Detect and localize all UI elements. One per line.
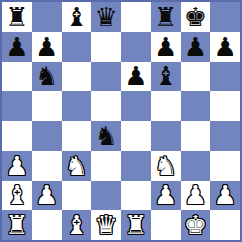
piece-white-pawn[interactable]: ♟	[35, 182, 58, 208]
square-f4[interactable]	[151, 121, 181, 151]
piece-white-knight[interactable]: ♞	[154, 153, 177, 179]
square-e3[interactable]	[121, 151, 151, 181]
square-d5[interactable]	[91, 91, 121, 121]
square-d7[interactable]	[91, 32, 121, 62]
piece-white-pawn[interactable]: ♟	[5, 153, 28, 179]
square-b6[interactable]: ♞	[32, 62, 62, 92]
square-a7[interactable]: ♟	[2, 32, 32, 62]
piece-white-king[interactable]: ♚	[184, 212, 207, 238]
square-h2[interactable]: ♟	[210, 181, 240, 211]
piece-black-knight[interactable]: ♞	[35, 63, 58, 89]
square-e7[interactable]	[121, 32, 151, 62]
square-h3[interactable]	[210, 151, 240, 181]
square-c6[interactable]	[62, 62, 92, 92]
square-e2[interactable]	[121, 181, 151, 211]
piece-black-pawn[interactable]: ♟	[124, 63, 147, 89]
square-b4[interactable]	[32, 121, 62, 151]
piece-black-rook[interactable]: ♜	[154, 4, 177, 30]
square-a6[interactable]	[2, 62, 32, 92]
square-g1[interactable]: ♚	[181, 210, 211, 240]
square-d2[interactable]	[91, 181, 121, 211]
square-b7[interactable]: ♟	[32, 32, 62, 62]
square-a3[interactable]: ♟	[2, 151, 32, 181]
square-h7[interactable]: ♟	[210, 32, 240, 62]
square-b1[interactable]	[32, 210, 62, 240]
square-d3[interactable]	[91, 151, 121, 181]
square-h4[interactable]	[210, 121, 240, 151]
square-e4[interactable]	[121, 121, 151, 151]
piece-black-king[interactable]: ♚	[184, 4, 207, 30]
piece-white-bishop[interactable]: ♝	[65, 212, 88, 238]
square-g6[interactable]	[181, 62, 211, 92]
piece-black-bishop[interactable]: ♝	[154, 63, 177, 89]
square-a8[interactable]: ♜	[2, 2, 32, 32]
square-c3[interactable]: ♞	[62, 151, 92, 181]
square-a2[interactable]: ♝	[2, 181, 32, 211]
square-g3[interactable]	[181, 151, 211, 181]
square-g7[interactable]: ♟	[181, 32, 211, 62]
piece-black-queen[interactable]: ♛	[94, 4, 117, 30]
square-f1[interactable]	[151, 210, 181, 240]
square-d6[interactable]	[91, 62, 121, 92]
square-d1[interactable]: ♛	[91, 210, 121, 240]
square-g4[interactable]	[181, 121, 211, 151]
piece-black-bishop[interactable]: ♝	[65, 4, 88, 30]
piece-black-pawn[interactable]: ♟	[35, 34, 58, 60]
square-e6[interactable]: ♟	[121, 62, 151, 92]
piece-white-bishop[interactable]: ♝	[5, 182, 28, 208]
square-g8[interactable]: ♚	[181, 2, 211, 32]
square-b2[interactable]: ♟	[32, 181, 62, 211]
square-d4[interactable]: ♞	[91, 121, 121, 151]
piece-white-knight[interactable]: ♞	[65, 153, 88, 179]
square-b8[interactable]	[32, 2, 62, 32]
square-c5[interactable]	[62, 91, 92, 121]
square-g5[interactable]	[181, 91, 211, 121]
square-h5[interactable]	[210, 91, 240, 121]
square-a1[interactable]: ♜	[2, 210, 32, 240]
square-c2[interactable]	[62, 181, 92, 211]
square-a4[interactable]	[2, 121, 32, 151]
piece-black-knight[interactable]: ♞	[94, 123, 117, 149]
square-c8[interactable]: ♝	[62, 2, 92, 32]
square-g2[interactable]: ♟	[181, 181, 211, 211]
square-b3[interactable]	[32, 151, 62, 181]
piece-white-rook[interactable]: ♜	[5, 212, 28, 238]
piece-black-pawn[interactable]: ♟	[213, 34, 236, 60]
square-f5[interactable]	[151, 91, 181, 121]
square-a5[interactable]	[2, 91, 32, 121]
piece-black-pawn[interactable]: ♟	[5, 34, 28, 60]
square-f3[interactable]: ♞	[151, 151, 181, 181]
piece-white-rook[interactable]: ♜	[124, 212, 147, 238]
piece-white-pawn[interactable]: ♟	[213, 182, 236, 208]
square-b5[interactable]	[32, 91, 62, 121]
square-c7[interactable]	[62, 32, 92, 62]
piece-white-queen[interactable]: ♛	[94, 212, 117, 238]
square-h6[interactable]	[210, 62, 240, 92]
square-c1[interactable]: ♝	[62, 210, 92, 240]
piece-black-pawn[interactable]: ♟	[184, 34, 207, 60]
square-f7[interactable]: ♟	[151, 32, 181, 62]
square-c4[interactable]	[62, 121, 92, 151]
square-f6[interactable]: ♝	[151, 62, 181, 92]
piece-white-pawn[interactable]: ♟	[154, 182, 177, 208]
square-e5[interactable]	[121, 91, 151, 121]
piece-black-pawn[interactable]: ♟	[154, 34, 177, 60]
square-d8[interactable]: ♛	[91, 2, 121, 32]
square-e8[interactable]	[121, 2, 151, 32]
piece-black-rook[interactable]: ♜	[5, 4, 28, 30]
piece-white-pawn[interactable]: ♟	[184, 182, 207, 208]
square-h1[interactable]	[210, 210, 240, 240]
square-f2[interactable]: ♟	[151, 181, 181, 211]
square-h8[interactable]	[210, 2, 240, 32]
chess-board: ♜♝♛♜♚♟♟♟♟♟♞♟♝♞♟♞♞♝♟♟♟♟♜♝♛♜♚	[0, 0, 242, 242]
square-f8[interactable]: ♜	[151, 2, 181, 32]
square-e1[interactable]: ♜	[121, 210, 151, 240]
